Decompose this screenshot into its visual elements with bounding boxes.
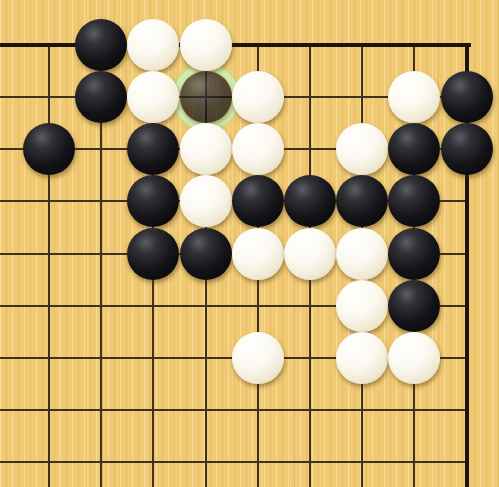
stone-black bbox=[388, 175, 440, 227]
stone-white bbox=[388, 71, 440, 123]
stone-black bbox=[127, 175, 179, 227]
stone-black bbox=[23, 123, 75, 175]
stone-white bbox=[180, 175, 232, 227]
stone-white bbox=[336, 228, 388, 280]
stone-white bbox=[284, 228, 336, 280]
stone-black bbox=[388, 123, 440, 175]
stone-white bbox=[127, 71, 179, 123]
stone-black bbox=[284, 175, 336, 227]
stone-white bbox=[388, 332, 440, 384]
stone-white bbox=[127, 19, 179, 71]
stone-black bbox=[127, 123, 179, 175]
stone-black bbox=[127, 228, 179, 280]
stone-white bbox=[336, 332, 388, 384]
board-top-edge bbox=[0, 43, 471, 47]
stone-white bbox=[180, 19, 232, 71]
stone-black bbox=[75, 71, 127, 123]
grid-line-vertical bbox=[48, 44, 50, 487]
stone-black bbox=[180, 228, 232, 280]
stone-black bbox=[441, 123, 493, 175]
stone-black bbox=[388, 228, 440, 280]
stone-black-highlighted bbox=[180, 71, 232, 123]
stone-white bbox=[232, 228, 284, 280]
stone-white bbox=[232, 123, 284, 175]
stone-white bbox=[336, 123, 388, 175]
go-board[interactable] bbox=[0, 0, 499, 487]
stone-white bbox=[232, 71, 284, 123]
screenshot-stage bbox=[0, 0, 499, 487]
stone-black bbox=[388, 280, 440, 332]
stone-white bbox=[232, 332, 284, 384]
stone-black bbox=[441, 71, 493, 123]
stone-black bbox=[232, 175, 284, 227]
grid-line-horizontal bbox=[0, 409, 469, 411]
stone-white bbox=[336, 280, 388, 332]
stone-black bbox=[336, 175, 388, 227]
stone-black bbox=[75, 19, 127, 71]
stone-white bbox=[180, 123, 232, 175]
grid-line-horizontal bbox=[0, 461, 469, 463]
